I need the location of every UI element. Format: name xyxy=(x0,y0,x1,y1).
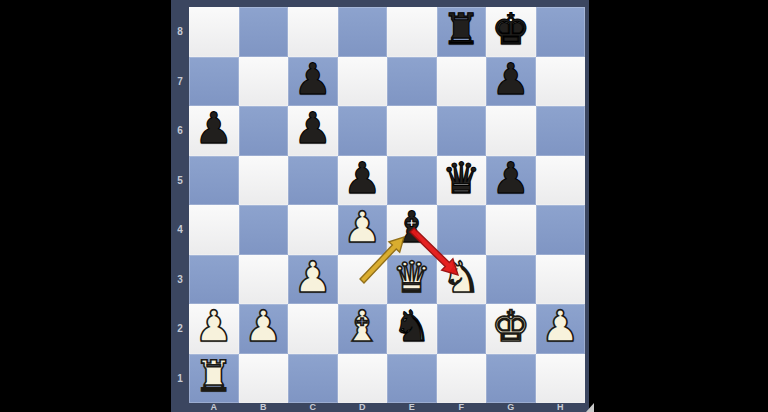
square-a2[interactable]: ♟ xyxy=(189,304,239,354)
square-e3[interactable]: ♛ xyxy=(387,255,437,305)
piece-black-pawn[interactable]: ♟ xyxy=(194,104,233,153)
square-a3[interactable] xyxy=(189,255,239,305)
square-d5[interactable]: ♟ xyxy=(338,156,388,206)
rank-label-5: 5 xyxy=(171,156,189,206)
file-label-f: F xyxy=(437,402,487,412)
square-c8[interactable] xyxy=(288,7,338,57)
square-f8[interactable]: ♜ xyxy=(437,7,487,57)
piece-black-pawn[interactable]: ♟ xyxy=(293,55,332,104)
square-c3[interactable]: ♟ xyxy=(288,255,338,305)
square-b8[interactable] xyxy=(239,7,289,57)
square-c4[interactable] xyxy=(288,205,338,255)
file-label-e: E xyxy=(387,402,437,412)
resize-grip-icon[interactable] xyxy=(586,403,594,412)
square-e5[interactable] xyxy=(387,156,437,206)
square-b7[interactable] xyxy=(239,57,289,107)
rank-labels: 87654321 xyxy=(171,7,189,403)
square-h4[interactable] xyxy=(536,205,586,255)
rank-label-1: 1 xyxy=(171,354,189,404)
square-g2[interactable]: ♚ xyxy=(486,304,536,354)
piece-white-pawn[interactable]: ♟ xyxy=(244,302,283,351)
square-c2[interactable] xyxy=(288,304,338,354)
piece-white-knight[interactable]: ♞ xyxy=(442,253,481,302)
square-d2[interactable]: ♝ xyxy=(338,304,388,354)
rank-label-3: 3 xyxy=(171,255,189,305)
file-labels: ABCDEFGH xyxy=(189,402,585,412)
piece-white-pawn[interactable]: ♟ xyxy=(194,302,233,351)
square-d7[interactable] xyxy=(338,57,388,107)
square-h6[interactable] xyxy=(536,106,586,156)
piece-black-queen[interactable]: ♛ xyxy=(442,154,481,203)
square-a1[interactable]: ♜ xyxy=(189,354,239,404)
square-f2[interactable] xyxy=(437,304,487,354)
square-d8[interactable] xyxy=(338,7,388,57)
square-h1[interactable] xyxy=(536,354,586,404)
square-a8[interactable] xyxy=(189,7,239,57)
file-label-d: D xyxy=(338,402,388,412)
square-h8[interactable] xyxy=(536,7,586,57)
piece-black-pawn[interactable]: ♟ xyxy=(491,55,530,104)
square-e1[interactable] xyxy=(387,354,437,404)
square-h3[interactable] xyxy=(536,255,586,305)
square-g8[interactable]: ♚ xyxy=(486,7,536,57)
piece-black-bishop[interactable]: ♝ xyxy=(392,203,431,252)
square-e4[interactable]: ♝ xyxy=(387,205,437,255)
rank-label-7: 7 xyxy=(171,57,189,107)
square-a4[interactable] xyxy=(189,205,239,255)
square-c7[interactable]: ♟ xyxy=(288,57,338,107)
file-label-b: B xyxy=(239,402,289,412)
square-b1[interactable] xyxy=(239,354,289,404)
rank-label-4: 4 xyxy=(171,205,189,255)
square-a5[interactable] xyxy=(189,156,239,206)
square-f3[interactable]: ♞ xyxy=(437,255,487,305)
square-g5[interactable]: ♟ xyxy=(486,156,536,206)
square-b3[interactable] xyxy=(239,255,289,305)
square-h7[interactable] xyxy=(536,57,586,107)
square-b2[interactable]: ♟ xyxy=(239,304,289,354)
square-f7[interactable] xyxy=(437,57,487,107)
page-background: 87654321 ♜♚♟♟♟♟♟♛♟♟♝♟♛♞♟♟♝♞♚♟♜ ABCDEFGH xyxy=(0,0,768,412)
file-label-h: H xyxy=(536,402,586,412)
square-g1[interactable] xyxy=(486,354,536,404)
piece-black-rook[interactable]: ♜ xyxy=(442,5,481,54)
square-f5[interactable]: ♛ xyxy=(437,156,487,206)
square-g6[interactable] xyxy=(486,106,536,156)
file-label-g: G xyxy=(486,402,536,412)
square-d3[interactable] xyxy=(338,255,388,305)
square-d6[interactable] xyxy=(338,106,388,156)
rank-label-8: 8 xyxy=(171,7,189,57)
piece-black-pawn[interactable]: ♟ xyxy=(343,154,382,203)
square-h5[interactable] xyxy=(536,156,586,206)
square-a7[interactable] xyxy=(189,57,239,107)
square-e7[interactable] xyxy=(387,57,437,107)
square-d4[interactable]: ♟ xyxy=(338,205,388,255)
piece-black-pawn[interactable]: ♟ xyxy=(491,154,530,203)
piece-white-pawn[interactable]: ♟ xyxy=(541,302,580,351)
rank-label-6: 6 xyxy=(171,106,189,156)
piece-white-pawn[interactable]: ♟ xyxy=(293,253,332,302)
square-g4[interactable] xyxy=(486,205,536,255)
square-e2[interactable]: ♞ xyxy=(387,304,437,354)
square-b5[interactable] xyxy=(239,156,289,206)
file-label-c: C xyxy=(288,402,338,412)
piece-black-knight[interactable]: ♞ xyxy=(392,302,431,351)
square-c1[interactable] xyxy=(288,354,338,404)
square-e8[interactable] xyxy=(387,7,437,57)
file-label-a: A xyxy=(189,402,239,412)
square-b4[interactable] xyxy=(239,205,289,255)
piece-white-pawn[interactable]: ♟ xyxy=(343,203,382,252)
square-d1[interactable] xyxy=(338,354,388,404)
square-h2[interactable]: ♟ xyxy=(536,304,586,354)
square-a6[interactable]: ♟ xyxy=(189,106,239,156)
chess-board-widget: 87654321 ♜♚♟♟♟♟♟♛♟♟♝♟♛♞♟♟♝♞♚♟♜ ABCDEFGH xyxy=(171,0,589,412)
piece-white-king[interactable]: ♚ xyxy=(491,302,530,351)
piece-white-rook[interactable]: ♜ xyxy=(194,352,233,401)
rank-label-2: 2 xyxy=(171,304,189,354)
square-f6[interactable] xyxy=(437,106,487,156)
square-e6[interactable] xyxy=(387,106,437,156)
piece-black-pawn[interactable]: ♟ xyxy=(293,104,332,153)
square-f1[interactable] xyxy=(437,354,487,404)
piece-black-king[interactable]: ♚ xyxy=(491,5,530,54)
piece-white-queen[interactable]: ♛ xyxy=(392,253,431,302)
square-c5[interactable] xyxy=(288,156,338,206)
square-g7[interactable]: ♟ xyxy=(486,57,536,107)
board[interactable]: ♜♚♟♟♟♟♟♛♟♟♝♟♛♞♟♟♝♞♚♟♜ xyxy=(189,7,585,403)
square-f4[interactable] xyxy=(437,205,487,255)
piece-white-bishop[interactable]: ♝ xyxy=(343,302,382,351)
square-b6[interactable] xyxy=(239,106,289,156)
square-g3[interactable] xyxy=(486,255,536,305)
square-c6[interactable]: ♟ xyxy=(288,106,338,156)
